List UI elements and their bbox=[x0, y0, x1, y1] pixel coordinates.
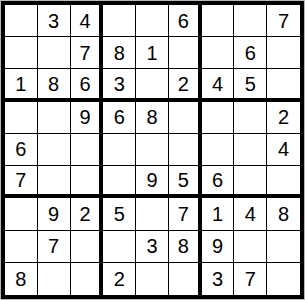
sudoku-cell[interactable]: 5 bbox=[169, 166, 202, 198]
sudoku-cell[interactable] bbox=[38, 134, 71, 166]
sudoku-cell[interactable]: 1 bbox=[136, 37, 169, 69]
sudoku-cell[interactable] bbox=[38, 102, 71, 134]
sudoku-frame: 3467781618632459682647956925714873898237 bbox=[0, 0, 305, 300]
sudoku-cell[interactable]: 3 bbox=[136, 231, 169, 263]
sudoku-cell[interactable] bbox=[71, 166, 104, 198]
sudoku-cell[interactable] bbox=[103, 5, 136, 37]
sudoku-cell[interactable]: 9 bbox=[136, 166, 169, 198]
sudoku-cell[interactable] bbox=[103, 166, 136, 198]
sudoku-cell[interactable] bbox=[169, 102, 202, 134]
sudoku-cell[interactable] bbox=[267, 37, 300, 69]
sudoku-cell[interactable]: 2 bbox=[267, 102, 300, 134]
sudoku-cell[interactable]: 7 bbox=[5, 166, 38, 198]
sudoku-cell[interactable]: 5 bbox=[103, 198, 136, 230]
sudoku-cell[interactable] bbox=[234, 134, 267, 166]
sudoku-cell[interactable] bbox=[5, 102, 38, 134]
sudoku-cell[interactable]: 9 bbox=[71, 102, 104, 134]
sudoku-cell[interactable]: 8 bbox=[136, 102, 169, 134]
sudoku-cell[interactable] bbox=[38, 263, 71, 295]
sudoku-cell[interactable]: 4 bbox=[267, 134, 300, 166]
sudoku-cell[interactable] bbox=[234, 5, 267, 37]
sudoku-cell[interactable] bbox=[267, 166, 300, 198]
sudoku-cell[interactable]: 8 bbox=[267, 198, 300, 230]
sudoku-cell[interactable]: 6 bbox=[71, 69, 104, 101]
sudoku-cell[interactable] bbox=[38, 37, 71, 69]
sudoku-cell[interactable] bbox=[234, 166, 267, 198]
sudoku-cell[interactable]: 2 bbox=[169, 69, 202, 101]
sudoku-cell[interactable]: 7 bbox=[71, 37, 104, 69]
sudoku-cell[interactable]: 3 bbox=[103, 69, 136, 101]
sudoku-cell[interactable] bbox=[136, 69, 169, 101]
sudoku-cell[interactable] bbox=[103, 231, 136, 263]
sudoku-cell[interactable] bbox=[38, 166, 71, 198]
sudoku-cell[interactable] bbox=[136, 263, 169, 295]
sudoku-cell[interactable] bbox=[5, 198, 38, 230]
sudoku-cell[interactable] bbox=[169, 134, 202, 166]
sudoku-cell[interactable] bbox=[71, 134, 104, 166]
sudoku-cell[interactable] bbox=[234, 102, 267, 134]
sudoku-cell[interactable]: 6 bbox=[169, 5, 202, 37]
sudoku-cell[interactable] bbox=[5, 5, 38, 37]
sudoku-cell[interactable]: 2 bbox=[103, 263, 136, 295]
sudoku-cell[interactable]: 8 bbox=[5, 263, 38, 295]
sudoku-cell[interactable]: 5 bbox=[234, 69, 267, 101]
sudoku-cell[interactable]: 7 bbox=[38, 231, 71, 263]
sudoku-cell[interactable] bbox=[71, 263, 104, 295]
sudoku-cell[interactable]: 6 bbox=[202, 166, 235, 198]
sudoku-cell[interactable]: 9 bbox=[202, 231, 235, 263]
sudoku-cell[interactable] bbox=[202, 37, 235, 69]
sudoku-cell[interactable]: 7 bbox=[267, 5, 300, 37]
sudoku-cell[interactable]: 2 bbox=[71, 198, 104, 230]
sudoku-cell[interactable]: 8 bbox=[169, 231, 202, 263]
sudoku-cell[interactable] bbox=[5, 37, 38, 69]
sudoku-cell[interactable] bbox=[169, 263, 202, 295]
sudoku-cell[interactable] bbox=[136, 5, 169, 37]
sudoku-cell[interactable] bbox=[71, 231, 104, 263]
sudoku-cell[interactable]: 1 bbox=[5, 69, 38, 101]
sudoku-cell[interactable] bbox=[136, 198, 169, 230]
sudoku-cell[interactable] bbox=[136, 134, 169, 166]
sudoku-board: 3467781618632459682647956925714873898237 bbox=[1, 1, 304, 299]
sudoku-cell[interactable] bbox=[267, 263, 300, 295]
sudoku-cell[interactable] bbox=[103, 134, 136, 166]
sudoku-cell[interactable]: 6 bbox=[234, 37, 267, 69]
sudoku-cell[interactable] bbox=[202, 134, 235, 166]
sudoku-cell[interactable]: 6 bbox=[103, 102, 136, 134]
sudoku-cell[interactable]: 1 bbox=[202, 198, 235, 230]
sudoku-cell[interactable] bbox=[234, 231, 267, 263]
sudoku-cell[interactable]: 8 bbox=[38, 69, 71, 101]
sudoku-cell[interactable]: 7 bbox=[234, 263, 267, 295]
sudoku-cell[interactable]: 3 bbox=[202, 263, 235, 295]
sudoku-cell[interactable]: 4 bbox=[234, 198, 267, 230]
sudoku-cell[interactable] bbox=[202, 102, 235, 134]
sudoku-cell[interactable]: 7 bbox=[169, 198, 202, 230]
sudoku-cell[interactable] bbox=[267, 231, 300, 263]
sudoku-cell[interactable] bbox=[202, 5, 235, 37]
sudoku-cell[interactable] bbox=[267, 69, 300, 101]
sudoku-cell[interactable]: 4 bbox=[71, 5, 104, 37]
sudoku-cell[interactable]: 3 bbox=[38, 5, 71, 37]
sudoku-cell[interactable]: 8 bbox=[103, 37, 136, 69]
sudoku-cell[interactable] bbox=[5, 231, 38, 263]
sudoku-cell[interactable]: 4 bbox=[202, 69, 235, 101]
sudoku-cell[interactable]: 9 bbox=[38, 198, 71, 230]
sudoku-cell[interactable]: 6 bbox=[5, 134, 38, 166]
sudoku-cell[interactable] bbox=[169, 37, 202, 69]
